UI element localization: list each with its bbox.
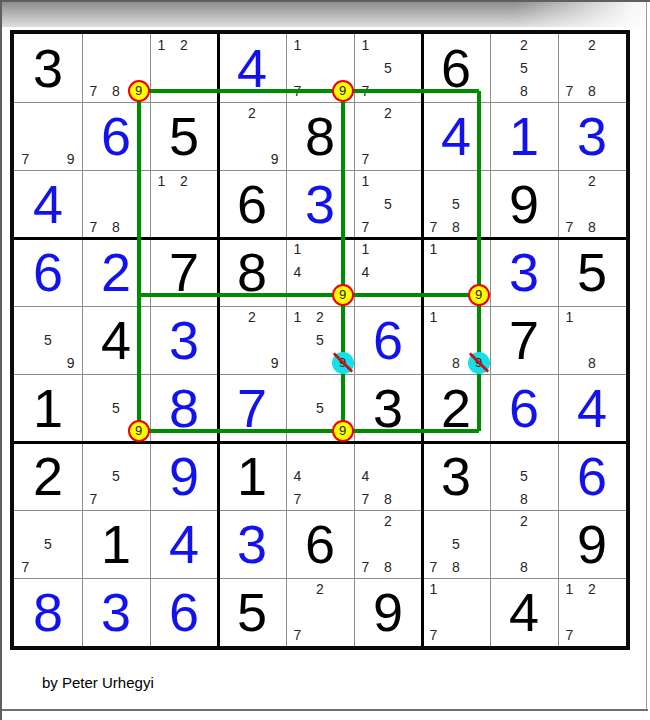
cell-r7c9[interactable]: 6 [558, 442, 626, 510]
cell-r3c6[interactable]: 157 [354, 170, 422, 238]
given-digit: 2 [14, 442, 82, 510]
given-digit: 1 [82, 510, 150, 578]
candidate-7: 7 [89, 220, 97, 234]
solved-digit: 6 [354, 306, 422, 374]
candidate-1: 1 [429, 242, 437, 256]
candidate-1: 1 [565, 310, 573, 324]
solved-digit: 4 [558, 374, 626, 442]
cell-r9c2[interactable]: 3 [82, 578, 150, 646]
solved-digit: 6 [14, 238, 82, 306]
cell-line-vertical [354, 34, 355, 646]
solved-digit: 6 [150, 578, 218, 646]
cell-r7c7[interactable]: 3 [422, 442, 490, 510]
chain-line-row1 [139, 89, 479, 93]
given-digit: 3 [14, 34, 82, 102]
given-digit: 6 [286, 510, 354, 578]
title-bar [2, 2, 645, 27]
candidate-7: 7 [21, 560, 29, 574]
cell-r5c8[interactable]: 7 [490, 306, 558, 374]
box-line-vertical [217, 34, 220, 646]
candidate-2: 2 [384, 106, 392, 120]
cell-line-vertical [490, 34, 491, 646]
candidate-1: 1 [157, 174, 165, 188]
cell-r1c9[interactable]: 278 [558, 34, 626, 102]
candidate-9: 9 [67, 356, 75, 370]
cell-r8c6[interactable]: 278 [354, 510, 422, 578]
candidate-4: 4 [293, 265, 301, 279]
cell-r9c1[interactable]: 8 [14, 578, 82, 646]
candidate-1: 1 [565, 582, 573, 596]
candidate-1: 1 [157, 38, 165, 52]
cell-r7c3[interactable]: 9 [150, 442, 218, 510]
candidate-7: 7 [293, 628, 301, 642]
chain-line-col5 [341, 91, 345, 431]
cell-r9c9[interactable]: 127 [558, 578, 626, 646]
solved-digit: 6 [490, 374, 558, 442]
solved-digit: 3 [82, 578, 150, 646]
candidate-7: 7 [89, 492, 97, 506]
candidate-7: 7 [429, 220, 437, 234]
cell-line-vertical [286, 34, 287, 646]
solved-digit: 1 [490, 102, 558, 170]
candidate-5: 5 [452, 537, 460, 551]
cell-r2c6[interactable]: 27 [354, 102, 422, 170]
given-digit: 1 [14, 374, 82, 442]
candidate-5: 5 [384, 197, 392, 211]
cell-line-horizontal [14, 102, 626, 103]
cell-r8c2[interactable]: 1 [82, 510, 150, 578]
candidate-9: 9 [67, 152, 75, 166]
candidate-2: 2 [248, 106, 256, 120]
candidate-1: 1 [361, 174, 369, 188]
candidate-1: 1 [293, 38, 301, 52]
candidate-8: 8 [520, 560, 528, 574]
candidate-2: 2 [520, 514, 528, 528]
candidate-8: 8 [452, 220, 460, 234]
candidate-8: 8 [588, 84, 596, 98]
cell-r5c4[interactable]: 29 [218, 306, 286, 374]
window-border-bottom [2, 709, 648, 711]
candidate-7: 7 [89, 84, 97, 98]
cell-r9c6[interactable]: 9 [354, 578, 422, 646]
candidate-2: 2 [180, 38, 188, 52]
cell-r8c1[interactable]: 57 [14, 510, 82, 578]
cell-r8c4[interactable]: 3 [218, 510, 286, 578]
solved-digit: 9 [150, 442, 218, 510]
cell-r7c5[interactable]: 47 [286, 442, 354, 510]
cell-r5c3[interactable]: 3 [150, 306, 218, 374]
cell-r8c3[interactable]: 4 [150, 510, 218, 578]
given-digit: 5 [150, 102, 218, 170]
cell-r1c8[interactable]: 258 [490, 34, 558, 102]
elimination-slash-icon [332, 352, 353, 373]
candidate-8: 8 [520, 492, 528, 506]
cell-r6c1[interactable]: 1 [14, 374, 82, 442]
cell-r5c6[interactable]: 6 [354, 306, 422, 374]
cell-r6c8[interactable]: 6 [490, 374, 558, 442]
given-digit: 6 [218, 170, 286, 238]
candidate-1: 1 [293, 310, 301, 324]
candidate-5: 5 [112, 401, 120, 415]
cell-line-horizontal [14, 578, 626, 579]
cell-r8c7[interactable]: 578 [422, 510, 490, 578]
candidate-4: 4 [361, 469, 369, 483]
cell-r8c5[interactable]: 6 [286, 510, 354, 578]
candidate-8: 8 [588, 356, 596, 370]
candidate-9: 9 [271, 152, 279, 166]
cell-r9c8[interactable]: 4 [490, 578, 558, 646]
given-digit: 9 [490, 170, 558, 238]
candidate-5: 5 [384, 61, 392, 75]
cell-r7c8[interactable]: 58 [490, 442, 558, 510]
app-window: 3781241715762582787965298274134781263157… [0, 0, 650, 720]
candidate-5: 5 [316, 401, 324, 415]
candidate-1: 1 [361, 242, 369, 256]
candidate-7: 7 [361, 220, 369, 234]
solved-digit: 4 [150, 510, 218, 578]
solved-digit: 8 [14, 578, 82, 646]
candidate-5: 5 [520, 61, 528, 75]
candidate-7: 7 [565, 220, 573, 234]
cell-r9c3[interactable]: 6 [150, 578, 218, 646]
cell-line-horizontal [14, 170, 626, 171]
cell-r7c6[interactable]: 478 [354, 442, 422, 510]
given-digit: 3 [422, 442, 490, 510]
candidate-7: 7 [565, 628, 573, 642]
cell-r2c9[interactable]: 3 [558, 102, 626, 170]
candidate-2: 2 [316, 310, 324, 324]
author-credit: by Peter Urhegyi [42, 674, 154, 691]
solved-digit: 4 [14, 170, 82, 238]
candidate-7: 7 [429, 628, 437, 642]
candidate-7: 7 [21, 152, 29, 166]
candidate-7: 7 [429, 560, 437, 574]
cell-r6c9[interactable]: 4 [558, 374, 626, 442]
cell-line-horizontal [14, 374, 626, 375]
box-line-horizontal [14, 441, 626, 444]
cell-line-vertical [558, 34, 559, 646]
candidate-2: 2 [520, 38, 528, 52]
cell-r4c8[interactable]: 3 [490, 238, 558, 306]
candidate-5: 5 [44, 333, 52, 347]
candidate-7: 7 [565, 84, 573, 98]
candidate-2: 2 [588, 174, 596, 188]
chain-node-9-r4c5: 9 [332, 284, 354, 306]
box-line-vertical [421, 34, 424, 646]
chain-line-col7 [477, 91, 481, 431]
solved-digit: 3 [490, 238, 558, 306]
candidate-7: 7 [361, 492, 369, 506]
chain-node-9-r6c2: 9 [128, 420, 150, 442]
cell-r7c2[interactable]: 57 [82, 442, 150, 510]
candidate-2: 2 [384, 514, 392, 528]
given-digit: 4 [490, 578, 558, 646]
cell-r2c3[interactable]: 5 [150, 102, 218, 170]
candidate-7: 7 [361, 560, 369, 574]
cell-r3c9[interactable]: 278 [558, 170, 626, 238]
cell-r4c9[interactable]: 5 [558, 238, 626, 306]
eliminated-9-r5c7: 9 [468, 352, 490, 374]
solved-digit: 3 [558, 102, 626, 170]
candidate-8: 8 [520, 84, 528, 98]
candidate-7: 7 [293, 492, 301, 506]
candidate-5: 5 [452, 197, 460, 211]
candidate-8: 8 [112, 220, 120, 234]
given-digit: 9 [354, 578, 422, 646]
candidate-1: 1 [361, 38, 369, 52]
cell-r9c5[interactable]: 27 [286, 578, 354, 646]
solved-digit: 3 [150, 306, 218, 374]
cell-r2c4[interactable]: 29 [218, 102, 286, 170]
cell-r9c4[interactable]: 5 [218, 578, 286, 646]
chain-node-9-r6c5: 9 [332, 420, 354, 442]
candidate-2: 2 [588, 582, 596, 596]
solved-digit: 6 [558, 442, 626, 510]
cell-r8c8[interactable]: 28 [490, 510, 558, 578]
candidate-8: 8 [588, 220, 596, 234]
candidate-5: 5 [520, 469, 528, 483]
candidate-1: 1 [429, 310, 437, 324]
candidate-8: 8 [452, 356, 460, 370]
cell-r3c4[interactable]: 6 [218, 170, 286, 238]
candidate-5: 5 [316, 333, 324, 347]
given-digit: 7 [490, 306, 558, 374]
candidate-8: 8 [384, 560, 392, 574]
chain-line-col2 [137, 91, 141, 431]
candidate-8: 8 [112, 84, 120, 98]
cell-r3c1[interactable]: 4 [14, 170, 82, 238]
candidate-4: 4 [293, 469, 301, 483]
cell-line-vertical [82, 34, 83, 646]
given-digit: 5 [218, 578, 286, 646]
cell-r7c1[interactable]: 2 [14, 442, 82, 510]
candidate-4: 4 [361, 265, 369, 279]
candidate-2: 2 [588, 38, 596, 52]
eliminated-9-r5c5: 9 [332, 352, 354, 374]
candidate-2: 2 [180, 174, 188, 188]
chain-line-row6 [139, 429, 479, 433]
cell-r3c3[interactable]: 12 [150, 170, 218, 238]
window-border-right [646, 2, 647, 711]
given-digit: 9 [558, 510, 626, 578]
chain-line-row4 [139, 293, 479, 297]
cell-line-horizontal [14, 510, 626, 511]
candidate-5: 5 [112, 469, 120, 483]
candidate-7: 7 [361, 152, 369, 166]
cell-r2c1[interactable]: 79 [14, 102, 82, 170]
cell-line-horizontal [14, 306, 626, 307]
chain-node-9-r1c2: 9 [128, 80, 150, 102]
candidate-1: 1 [293, 242, 301, 256]
given-digit: 1 [218, 442, 286, 510]
cell-r3c8[interactable]: 9 [490, 170, 558, 238]
cell-line-vertical [150, 34, 151, 646]
chain-node-9-r1c5: 9 [332, 80, 354, 102]
cell-r5c1[interactable]: 59 [14, 306, 82, 374]
candidate-8: 8 [384, 492, 392, 506]
candidate-8: 8 [452, 560, 460, 574]
chain-node-9-r4c7: 9 [468, 284, 490, 306]
given-digit: 5 [558, 238, 626, 306]
candidate-1: 1 [429, 582, 437, 596]
cell-r4c1[interactable]: 6 [14, 238, 82, 306]
candidate-2: 2 [316, 582, 324, 596]
candidate-2: 2 [248, 310, 256, 324]
cell-r1c1[interactable]: 3 [14, 34, 82, 102]
cell-r2c8[interactable]: 1 [490, 102, 558, 170]
cell-r7c4[interactable]: 1 [218, 442, 286, 510]
candidate-5: 5 [44, 537, 52, 551]
candidate-9: 9 [271, 356, 279, 370]
solved-digit: 3 [218, 510, 286, 578]
cell-r9c7[interactable]: 17 [422, 578, 490, 646]
box-line-horizontal [14, 237, 626, 240]
cell-r8c9[interactable]: 9 [558, 510, 626, 578]
sudoku-board: 3781241715762582787965298274134781263157… [10, 30, 630, 650]
cell-r5c9[interactable]: 18 [558, 306, 626, 374]
elimination-slash-icon [468, 352, 489, 373]
